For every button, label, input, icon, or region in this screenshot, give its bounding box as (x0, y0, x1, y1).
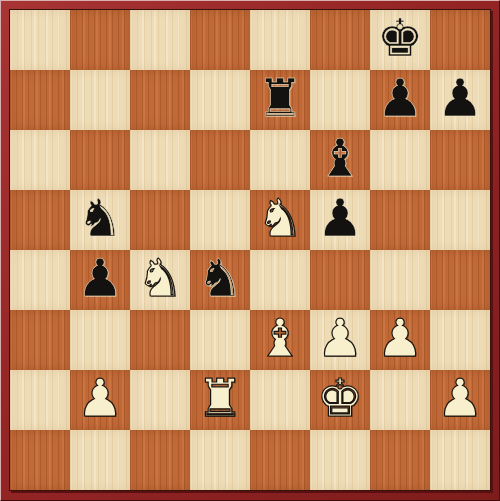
chess-board: ♚♜♟♟♝♞♞♟♟♞♞♝♟♟♟♜♚♟ (10, 10, 490, 490)
chess-diagram: ♚♜♟♟♝♞♞♟♟♞♞♝♟♟♟♜♚♟ (0, 0, 500, 501)
square-c6[interactable] (130, 130, 190, 190)
white-pawn-h2[interactable]: ♟ (437, 372, 484, 424)
square-g7[interactable]: ♟ (370, 70, 430, 130)
square-g2[interactable] (370, 370, 430, 430)
square-b4[interactable]: ♟ (70, 250, 130, 310)
square-h1[interactable] (430, 430, 490, 490)
black-pawn-h7[interactable]: ♟ (437, 72, 484, 124)
square-a1[interactable] (10, 430, 70, 490)
square-c3[interactable] (130, 310, 190, 370)
white-knight-e5[interactable]: ♞ (257, 192, 304, 244)
square-c7[interactable] (130, 70, 190, 130)
square-b2[interactable]: ♟ (70, 370, 130, 430)
square-a7[interactable] (10, 70, 70, 130)
square-c2[interactable] (130, 370, 190, 430)
black-king-g8[interactable]: ♚ (377, 12, 424, 64)
square-f5[interactable]: ♟ (310, 190, 370, 250)
square-g4[interactable] (370, 250, 430, 310)
square-f4[interactable] (310, 250, 370, 310)
square-f8[interactable] (310, 10, 370, 70)
square-e1[interactable] (250, 430, 310, 490)
square-a3[interactable] (10, 310, 70, 370)
white-bishop-e3[interactable]: ♝ (257, 312, 304, 364)
square-a6[interactable] (10, 130, 70, 190)
square-a4[interactable] (10, 250, 70, 310)
square-c4[interactable]: ♞ (130, 250, 190, 310)
square-a8[interactable] (10, 10, 70, 70)
square-g6[interactable] (370, 130, 430, 190)
square-b6[interactable] (70, 130, 130, 190)
white-rook-d2[interactable]: ♜ (197, 372, 244, 424)
square-h6[interactable] (430, 130, 490, 190)
black-knight-b5[interactable]: ♞ (77, 192, 124, 244)
square-d8[interactable] (190, 10, 250, 70)
black-rook-e7[interactable]: ♜ (257, 72, 304, 124)
square-h2[interactable]: ♟ (430, 370, 490, 430)
square-f2[interactable]: ♚ (310, 370, 370, 430)
square-b1[interactable] (70, 430, 130, 490)
square-d7[interactable] (190, 70, 250, 130)
square-d2[interactable]: ♜ (190, 370, 250, 430)
square-f1[interactable] (310, 430, 370, 490)
square-c8[interactable] (130, 10, 190, 70)
square-d6[interactable] (190, 130, 250, 190)
square-a5[interactable] (10, 190, 70, 250)
black-knight-d4[interactable]: ♞ (197, 252, 244, 304)
white-king-f2[interactable]: ♚ (317, 372, 364, 424)
square-h8[interactable] (430, 10, 490, 70)
black-pawn-b4[interactable]: ♟ (77, 252, 124, 304)
black-bishop-f6[interactable]: ♝ (317, 132, 364, 184)
square-d4[interactable]: ♞ (190, 250, 250, 310)
square-e8[interactable] (250, 10, 310, 70)
square-e2[interactable] (250, 370, 310, 430)
square-d3[interactable] (190, 310, 250, 370)
square-g8[interactable]: ♚ (370, 10, 430, 70)
square-b8[interactable] (70, 10, 130, 70)
square-h5[interactable] (430, 190, 490, 250)
black-pawn-f5[interactable]: ♟ (317, 192, 364, 244)
white-pawn-b2[interactable]: ♟ (77, 372, 124, 424)
square-c1[interactable] (130, 430, 190, 490)
square-e7[interactable]: ♜ (250, 70, 310, 130)
square-e6[interactable] (250, 130, 310, 190)
white-pawn-g3[interactable]: ♟ (377, 312, 424, 364)
square-e4[interactable] (250, 250, 310, 310)
square-g3[interactable]: ♟ (370, 310, 430, 370)
square-d5[interactable] (190, 190, 250, 250)
square-b5[interactable]: ♞ (70, 190, 130, 250)
square-h7[interactable]: ♟ (430, 70, 490, 130)
white-pawn-f3[interactable]: ♟ (317, 312, 364, 364)
square-h3[interactable] (430, 310, 490, 370)
square-b7[interactable] (70, 70, 130, 130)
square-b3[interactable] (70, 310, 130, 370)
square-h4[interactable] (430, 250, 490, 310)
square-g1[interactable] (370, 430, 430, 490)
square-e3[interactable]: ♝ (250, 310, 310, 370)
square-a2[interactable] (10, 370, 70, 430)
square-g5[interactable] (370, 190, 430, 250)
square-f6[interactable]: ♝ (310, 130, 370, 190)
square-f3[interactable]: ♟ (310, 310, 370, 370)
square-c5[interactable] (130, 190, 190, 250)
black-pawn-g7[interactable]: ♟ (377, 72, 424, 124)
square-f7[interactable] (310, 70, 370, 130)
square-e5[interactable]: ♞ (250, 190, 310, 250)
white-knight-c4[interactable]: ♞ (137, 252, 184, 304)
square-d1[interactable] (190, 430, 250, 490)
